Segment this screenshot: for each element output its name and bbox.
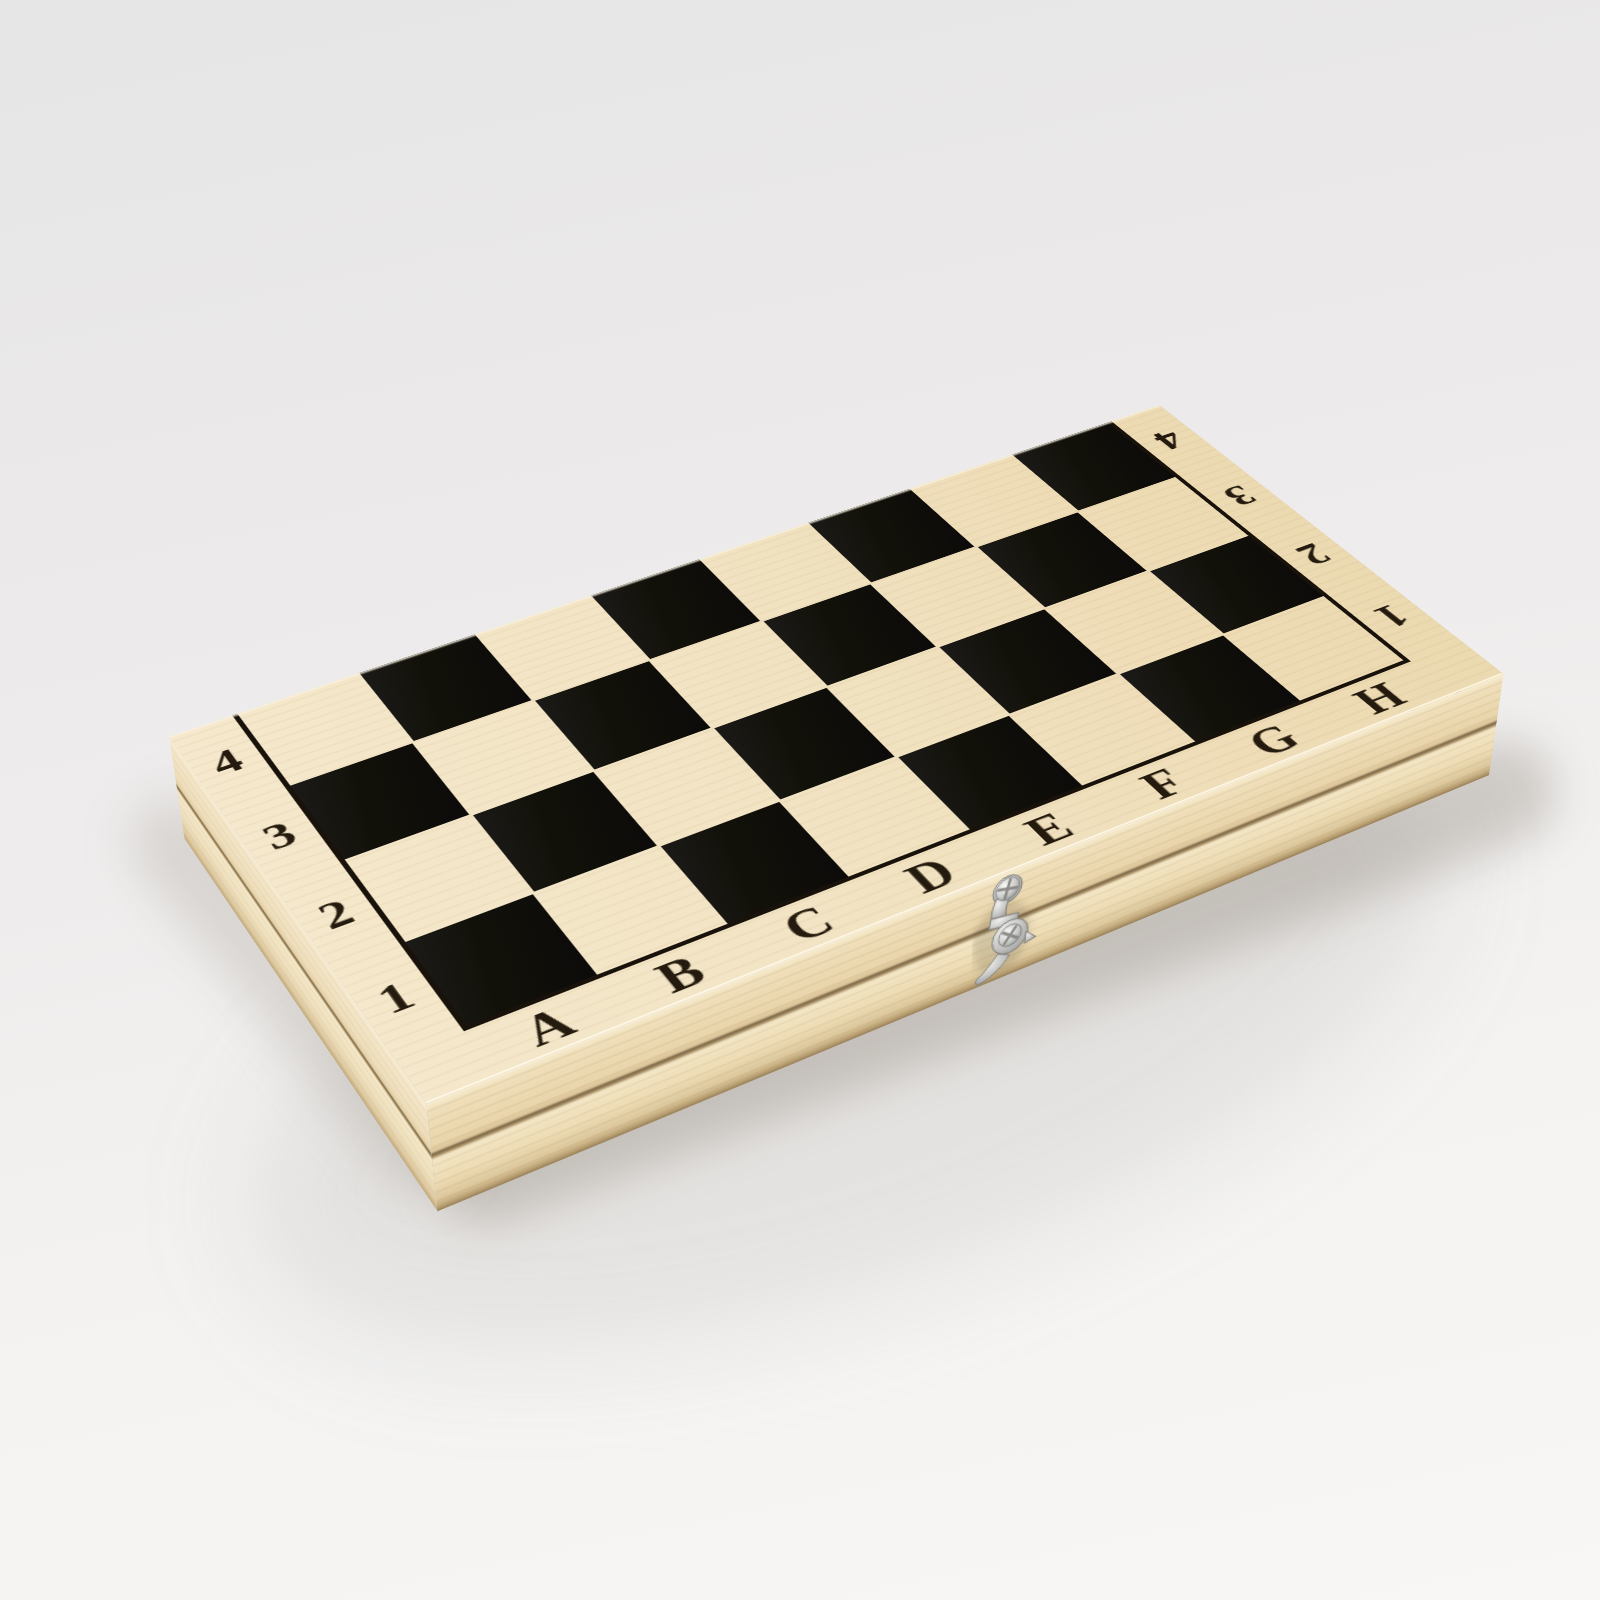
square-e1	[898, 716, 1082, 830]
square-c1	[660, 802, 848, 924]
chess-box: 4321 4321 ABCDEFGH	[169, 405, 1503, 1103]
photo-background: 4321 4321 ABCDEFGH	[0, 0, 1600, 1600]
square-b3	[415, 701, 592, 813]
square-c2	[596, 729, 778, 844]
square-b1	[535, 847, 725, 974]
stage: 4321 4321 ABCDEFGH	[0, 0, 1600, 1600]
square-b2	[473, 772, 656, 891]
square-d1	[781, 758, 967, 876]
square-a3	[290, 743, 469, 859]
square-a1	[405, 894, 597, 1026]
square-a2	[346, 816, 531, 940]
file-labels: ABCDEFGH	[464, 661, 1452, 1075]
